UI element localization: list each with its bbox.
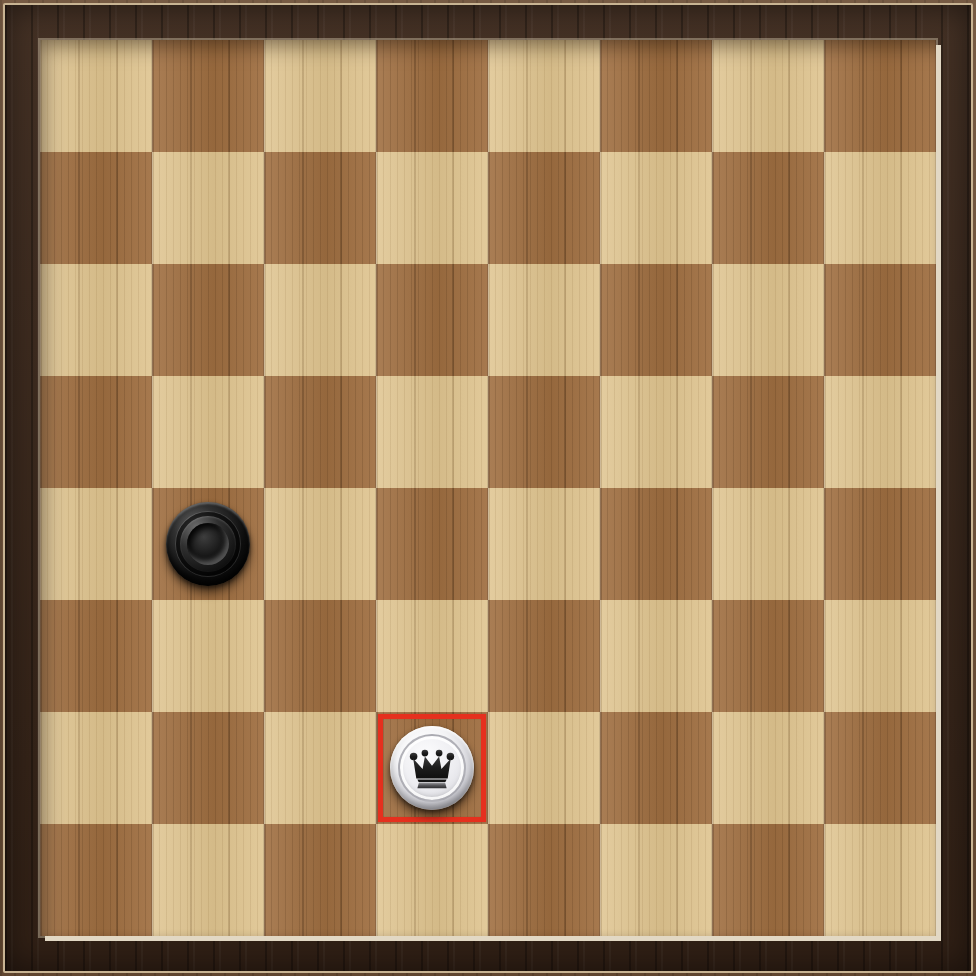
board-area xyxy=(40,40,936,936)
checkers-app-screen xyxy=(0,0,976,976)
black-man[interactable] xyxy=(166,502,250,586)
pieces-layer xyxy=(40,40,936,936)
crown-icon xyxy=(409,748,455,790)
white-king[interactable] xyxy=(390,726,474,810)
